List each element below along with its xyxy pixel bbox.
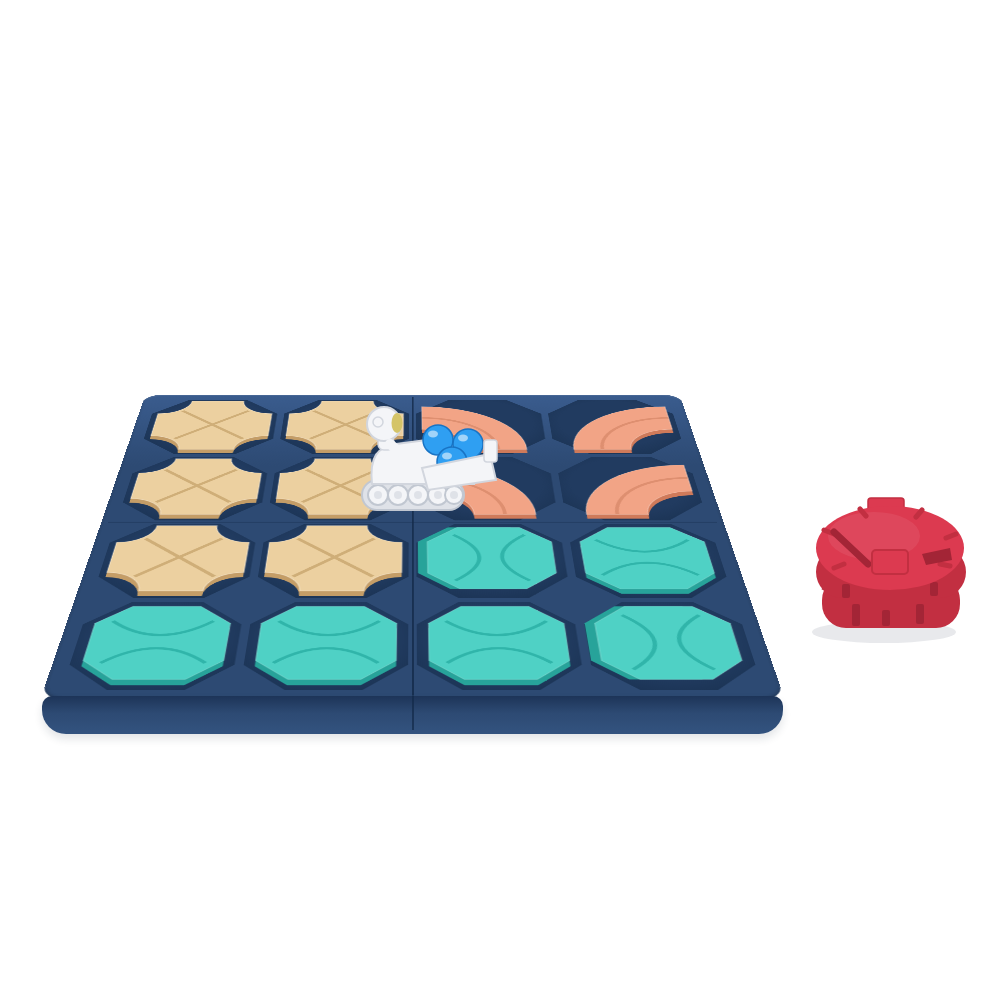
- tan-cross-tile[interactable]: [100, 525, 252, 592]
- product-photo-scene: [0, 0, 1000, 1000]
- red-tab-center: [872, 550, 908, 574]
- tan-cross-tile[interactable]: [125, 458, 264, 515]
- orange-curve-tile[interactable]: [551, 400, 679, 449]
- rover-robot-figure: [356, 392, 510, 518]
- astronaut-visor: [392, 413, 403, 433]
- red-rock-stack-figure: [804, 492, 980, 648]
- teal-blank-tile[interactable]: [71, 603, 238, 683]
- board-cell-r4c1[interactable]: [60, 602, 246, 691]
- teal-blank-tile[interactable]: [424, 603, 578, 683]
- board-cell-r3c4[interactable]: [566, 523, 735, 598]
- tan-cross-tile[interactable]: [146, 400, 274, 449]
- board-cell-r4c2[interactable]: [238, 602, 409, 691]
- board-cell-r1c4[interactable]: [545, 399, 688, 454]
- board-seam-horizontal: [108, 522, 717, 523]
- board-cell-r4c3[interactable]: [416, 602, 587, 691]
- board-cell-r3c1[interactable]: [90, 523, 259, 598]
- rover-tray-wall: [484, 440, 497, 462]
- red-rock-stack[interactable]: [804, 492, 980, 648]
- teal-blank-tile[interactable]: [423, 525, 563, 592]
- board-cell-r3c2[interactable]: [253, 523, 409, 598]
- board-cell-r2c1[interactable]: [116, 457, 271, 521]
- teal-blank-tile[interactable]: [573, 525, 725, 592]
- board-front-edge: [42, 696, 783, 734]
- board-cell-r4c4[interactable]: [579, 602, 765, 691]
- board-cell-r2c4[interactable]: [554, 457, 709, 521]
- teal-blank-tile[interactable]: [587, 603, 754, 683]
- teal-blank-tile[interactable]: [248, 603, 402, 683]
- orange-curve-tile[interactable]: [561, 458, 700, 515]
- rover-robot[interactable]: [356, 392, 510, 518]
- board-cell-r1c1[interactable]: [138, 399, 281, 454]
- tan-cross-tile[interactable]: [262, 525, 402, 592]
- board-cell-r3c3[interactable]: [415, 523, 571, 598]
